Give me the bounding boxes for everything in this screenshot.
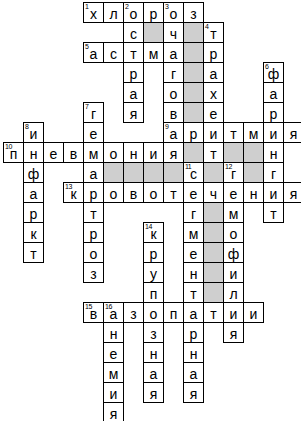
cell-r12-c4[interactable]: о <box>83 242 104 263</box>
cell-r5-c13[interactable]: р <box>263 102 284 123</box>
cell-letter: т <box>30 247 36 261</box>
clue-number: 13 <box>65 183 72 191</box>
cell-r13-c4[interactable]: з <box>83 262 104 283</box>
cell-letter: с <box>130 27 137 41</box>
cell-letter: р <box>130 67 138 81</box>
cell-letter: м <box>149 47 159 61</box>
cell-r3-c10[interactable]: а <box>203 62 224 83</box>
cell-r15-c5[interactable]: а16 <box>103 302 124 323</box>
cell-r8-c13[interactable]: г <box>263 162 284 183</box>
cell-r18-c9[interactable]: а <box>183 362 204 383</box>
cell-r5-c6[interactable]: я <box>123 102 144 123</box>
cell-r15-c9[interactable]: а <box>183 302 204 323</box>
cell-r15-c11[interactable]: и <box>223 302 244 323</box>
cell-letter: т <box>190 287 196 301</box>
cell-letter: г <box>171 67 176 81</box>
cell-letter: з <box>130 307 136 321</box>
cell-r7-c3[interactable]: в <box>63 142 84 163</box>
cell-letter: н <box>30 147 38 161</box>
cell-letter: р <box>30 207 38 221</box>
cell-letter: а <box>30 187 38 201</box>
clue-number: 5 <box>85 43 88 51</box>
cell-letter: т <box>210 147 216 161</box>
blocked-cell-r8-c7 <box>143 162 164 183</box>
cell-letter: р <box>90 227 98 241</box>
cell-r6-c14[interactable]: я <box>283 122 301 143</box>
cell-r9-c12[interactable]: н <box>243 182 264 203</box>
cell-r10-c13[interactable]: т <box>263 202 284 223</box>
cell-r4-c6[interactable]: а <box>123 82 144 103</box>
cell-letter: я <box>150 387 158 401</box>
cell-letter: и <box>270 187 278 201</box>
cell-r7-c13[interactable]: н <box>263 142 284 163</box>
cell-letter: и <box>30 127 38 141</box>
cell-letter: р <box>150 7 158 21</box>
cell-r11-c4[interactable]: р <box>83 222 104 243</box>
cell-r6-c10[interactable]: и <box>203 122 224 143</box>
blocked-cell-r8-c10 <box>203 162 224 183</box>
cell-r13-c7[interactable]: у <box>143 262 164 283</box>
cell-r0-c8[interactable]: о3 <box>163 2 184 23</box>
cell-r9-c7[interactable]: о <box>143 182 164 203</box>
cell-letter: и <box>110 387 118 401</box>
cell-letter: м <box>229 207 239 221</box>
cell-r18-c7[interactable]: а <box>143 362 164 383</box>
blocked-cell-r1-c7 <box>143 22 164 43</box>
cell-letter: с <box>110 47 117 61</box>
cell-r2-c8[interactable]: а <box>163 42 184 63</box>
cell-letter: р <box>210 47 218 61</box>
cell-letter: л <box>109 7 117 21</box>
cell-r1-c8[interactable]: ч <box>163 22 184 43</box>
cell-letter: и <box>230 307 238 321</box>
cell-letter: м <box>109 367 119 381</box>
cell-r6-c12[interactable]: м <box>243 122 264 143</box>
clue-number: 11 <box>185 163 191 171</box>
cell-letter: х <box>210 87 217 101</box>
cell-letter: и <box>250 307 258 321</box>
blocked-cell-r3-c9 <box>183 62 204 83</box>
cell-letter: е <box>190 247 198 261</box>
cell-r9-c14[interactable]: я <box>283 182 301 203</box>
cell-letter: л <box>229 287 237 301</box>
cell-letter: м <box>89 147 99 161</box>
cell-letter: н <box>150 347 158 361</box>
cell-letter: я <box>290 187 298 201</box>
cell-letter: т <box>90 207 96 221</box>
cell-letter: ч <box>210 187 217 201</box>
cell-r4-c13[interactable]: а <box>263 82 284 103</box>
cell-letter: к <box>30 227 36 241</box>
blocked-cell-r8-c8 <box>163 162 184 183</box>
blocked-cell-r10-c10 <box>203 202 224 223</box>
cell-r13-c9[interactable]: н <box>183 262 204 283</box>
cell-letter: в <box>170 107 177 121</box>
cell-r7-c4[interactable]: м <box>83 142 104 163</box>
cell-letter: о <box>170 7 178 21</box>
clue-number: 15 <box>85 303 92 311</box>
cell-r9-c6[interactable]: в <box>123 182 144 203</box>
cell-letter: о <box>150 307 158 321</box>
clue-number: 6 <box>265 63 268 71</box>
cell-r1-c10[interactable]: т4 <box>203 22 224 43</box>
cell-letter: х <box>90 7 97 21</box>
clue-number: 10 <box>5 143 12 151</box>
cell-letter: н <box>110 327 118 341</box>
blocked-cell-r14-c10 <box>203 282 224 303</box>
cell-letter: т <box>230 127 236 141</box>
clue-number: 9 <box>165 123 168 131</box>
cell-r7-c1[interactable]: н <box>23 142 44 163</box>
cell-letter: а <box>90 167 98 181</box>
cell-r0-c6[interactable]: о2 <box>123 2 144 23</box>
cell-r7-c5[interactable]: о <box>103 142 124 163</box>
cell-r12-c1[interactable]: т <box>23 242 44 263</box>
blocked-cell-r8-c12 <box>243 162 264 183</box>
cell-r9-c10[interactable]: ч <box>203 182 224 203</box>
cell-letter: м <box>249 127 259 141</box>
cell-letter: з <box>90 267 96 281</box>
cell-letter: е <box>110 347 118 361</box>
blocked-cell-r5-c9 <box>183 102 204 123</box>
cell-r8-c1[interactable]: ф <box>23 162 44 183</box>
cell-r12-c9[interactable]: е <box>183 242 204 263</box>
cell-letter: а <box>190 307 198 321</box>
cell-letter: а <box>190 367 198 381</box>
cell-letter: о <box>110 147 118 161</box>
cell-r6-c9[interactable]: р <box>183 122 204 143</box>
cell-r14-c9[interactable]: т <box>183 282 204 303</box>
cell-r10-c1[interactable]: р <box>23 202 44 223</box>
cell-r15-c6[interactable]: з <box>123 302 144 323</box>
cell-letter: о <box>110 187 118 201</box>
cell-r2-c7[interactable]: м <box>143 42 164 63</box>
clue-number: 2 <box>125 3 128 11</box>
cell-r5-c8[interactable]: в <box>163 102 184 123</box>
cell-letter: р <box>90 187 98 201</box>
cell-r16-c11[interactable]: я <box>223 322 244 343</box>
cell-r16-c9[interactable]: р <box>183 322 204 343</box>
cell-letter: ф <box>268 67 280 81</box>
cell-r9-c13[interactable]: и <box>263 182 284 203</box>
cell-r9-c1[interactable]: а <box>23 182 44 203</box>
blocked-cell-r4-c9 <box>183 82 204 103</box>
cell-r10-c4[interactable]: т <box>83 202 104 223</box>
cell-r0-c9[interactable]: з <box>183 2 204 23</box>
cell-r12-c7[interactable]: р <box>143 242 164 263</box>
cell-r13-c11[interactable]: и <box>223 262 244 283</box>
cell-letter: р <box>190 127 198 141</box>
cell-letter: и <box>210 127 218 141</box>
cell-r15-c10[interactable]: т <box>203 302 224 323</box>
cell-r15-c8[interactable]: п <box>163 302 184 323</box>
clue-number: 14 <box>145 223 152 231</box>
cell-r9-c5[interactable]: о <box>103 182 124 203</box>
cell-r5-c10[interactable]: е <box>203 102 224 123</box>
cell-r9-c11[interactable]: е <box>223 182 244 203</box>
cell-r16-c7[interactable]: з <box>143 322 164 343</box>
blocked-cell-r8-c6 <box>123 162 144 183</box>
cell-letter: я <box>190 387 198 401</box>
cell-r7-c10[interactable]: т <box>203 142 224 163</box>
cell-r11-c11[interactable]: о <box>223 222 244 243</box>
clue-number: 8 <box>25 123 28 131</box>
cell-letter: н <box>130 147 138 161</box>
cell-letter: о <box>170 87 178 101</box>
cell-r11-c9[interactable]: м <box>183 222 204 243</box>
cell-letter: п <box>170 307 178 321</box>
cell-letter: а <box>270 87 278 101</box>
cell-letter: г <box>191 207 196 221</box>
cell-letter: и <box>150 147 158 161</box>
cell-letter: н <box>190 347 198 361</box>
cell-letter: г <box>271 167 276 181</box>
cell-letter: н <box>250 187 258 201</box>
cell-r0-c7[interactable]: р <box>143 2 164 23</box>
cell-letter: у <box>150 267 157 281</box>
cell-letter: и <box>230 267 238 281</box>
cell-letter: о <box>150 187 158 201</box>
cell-letter: т <box>170 187 176 201</box>
cell-letter: з <box>150 327 156 341</box>
blocked-cell-r13-c10 <box>203 262 224 283</box>
cell-r2-c4[interactable]: а5 <box>83 42 104 63</box>
cell-r7-c2[interactable]: е <box>43 142 64 163</box>
cell-r11-c7[interactable]: к14 <box>143 222 164 243</box>
cell-letter: р <box>150 247 158 261</box>
cell-letter: о <box>130 7 138 21</box>
cell-r6-c4[interactable]: е <box>83 122 104 143</box>
crossword-grid: х1ло2ро3зсчт4а5стмарргаф6аохаг7явери8еа9… <box>0 0 301 421</box>
cell-r8-c4[interactable]: а <box>83 162 104 183</box>
cell-r15-c12[interactable]: и <box>243 302 264 323</box>
cell-letter: т <box>210 27 216 41</box>
blocked-cell-r7-c11 <box>223 142 244 163</box>
cell-r5-c4[interactable]: г7 <box>83 102 104 123</box>
cell-letter: н <box>270 147 278 161</box>
cell-r7-c6[interactable]: н <box>123 142 144 163</box>
cell-r15-c7[interactable]: о <box>143 302 164 323</box>
cell-r15-c4[interactable]: в15 <box>83 302 104 323</box>
cell-letter: я <box>170 147 178 161</box>
cell-r4-c8[interactable]: о <box>163 82 184 103</box>
cell-r17-c7[interactable]: н <box>143 342 164 363</box>
blocked-cell-r11-c10 <box>203 222 224 243</box>
cell-r9-c9[interactable]: е <box>183 182 204 203</box>
cell-letter: в <box>130 187 137 201</box>
cell-r6-c8[interactable]: а9 <box>163 122 184 143</box>
cell-r8-c9[interactable]: с11 <box>183 162 204 183</box>
cell-r8-c11[interactable]: г12 <box>223 162 244 183</box>
clue-number: 1 <box>85 3 88 11</box>
cell-letter: т <box>130 47 136 61</box>
blocked-cell-r12-c10 <box>203 242 224 263</box>
cell-letter: р <box>270 107 278 121</box>
cell-letter: о <box>230 227 238 241</box>
cell-letter: я <box>290 127 298 141</box>
cell-r20-c5[interactable]: я <box>103 402 124 421</box>
cell-letter: а <box>90 47 98 61</box>
blocked-cell-r8-c5 <box>103 162 124 183</box>
cell-r0-c4[interactable]: х1 <box>83 2 104 23</box>
cell-r18-c5[interactable]: м <box>103 362 124 383</box>
cell-letter: ф <box>228 247 240 261</box>
cell-r1-c6[interactable]: с <box>123 22 144 43</box>
cell-r7-c8[interactable]: я <box>163 142 184 163</box>
cell-r2-c10[interactable]: р <box>203 42 224 63</box>
cell-letter: г <box>91 107 96 121</box>
cell-r3-c6[interactable]: р <box>123 62 144 83</box>
cell-r4-c10[interactable]: х <box>203 82 224 103</box>
clue-number: 4 <box>205 23 208 31</box>
cell-letter: ф <box>28 167 40 181</box>
cell-r9-c8[interactable]: т <box>163 182 184 203</box>
cell-letter: а <box>170 47 178 61</box>
cell-r9-c3[interactable]: к13 <box>63 182 84 203</box>
cell-r6-c13[interactable]: и <box>263 122 284 143</box>
cell-r11-c1[interactable]: к <box>23 222 44 243</box>
clue-number: 16 <box>105 303 112 311</box>
cell-r19-c7[interactable]: я <box>143 382 164 403</box>
cell-r6-c11[interactable]: т <box>223 122 244 143</box>
cell-letter: о <box>90 247 98 261</box>
cell-r14-c7[interactable]: п <box>143 282 164 303</box>
cell-r19-c5[interactable]: и <box>103 382 124 403</box>
cell-r14-c11[interactable]: л <box>223 282 244 303</box>
cell-letter: а <box>130 87 138 101</box>
cell-letter: р <box>190 327 198 341</box>
cell-letter: а <box>170 127 178 141</box>
cell-r7-c0[interactable]: п10 <box>3 142 24 163</box>
cell-r16-c5[interactable]: н <box>103 322 124 343</box>
blocked-cell-r1-c9 <box>183 22 204 43</box>
cell-letter: е <box>90 127 98 141</box>
cell-letter: п <box>150 287 158 301</box>
cell-r2-c6[interactable]: т <box>123 42 144 63</box>
cell-r3-c8[interactable]: г <box>163 62 184 83</box>
blocked-cell-r2-c9 <box>183 42 204 63</box>
cell-r9-c4[interactable]: р <box>83 182 104 203</box>
blocked-cell-r7-c9 <box>183 142 204 163</box>
cell-letter: е <box>210 107 218 121</box>
cell-r2-c5[interactable]: с <box>103 42 124 63</box>
clue-number: 7 <box>85 103 88 111</box>
cell-letter: т <box>270 207 276 221</box>
cell-letter: я <box>110 407 118 421</box>
cell-r19-c9[interactable]: я <box>183 382 204 403</box>
cell-r17-c5[interactable]: е <box>103 342 124 363</box>
cell-letter: я <box>130 107 138 121</box>
cell-r12-c11[interactable]: ф <box>223 242 244 263</box>
cell-letter: в <box>70 147 77 161</box>
cell-r0-c5[interactable]: л <box>103 2 124 23</box>
cell-r6-c1[interactable]: и8 <box>23 122 44 143</box>
cell-r10-c9[interactable]: г <box>183 202 204 223</box>
cell-letter: з <box>190 7 196 21</box>
cell-r7-c7[interactable]: и <box>143 142 164 163</box>
cell-letter: ч <box>170 27 177 41</box>
cell-letter: т <box>210 307 216 321</box>
cell-letter: и <box>270 127 278 141</box>
clue-number: 12 <box>225 163 232 171</box>
clue-number: 3 <box>165 3 168 11</box>
cell-r3-c13[interactable]: ф6 <box>263 62 284 83</box>
cell-letter: я <box>230 327 238 341</box>
cell-letter: е <box>230 187 238 201</box>
cell-letter: е <box>190 187 198 201</box>
cell-letter: а <box>150 367 158 381</box>
cell-letter: е <box>50 147 58 161</box>
blocked-cell-r7-c12 <box>243 142 264 163</box>
cell-letter: н <box>190 267 198 281</box>
cell-r10-c11[interactable]: м <box>223 202 244 223</box>
cell-letter: а <box>210 67 218 81</box>
cell-r17-c9[interactable]: н <box>183 342 204 363</box>
cell-letter: м <box>189 227 199 241</box>
